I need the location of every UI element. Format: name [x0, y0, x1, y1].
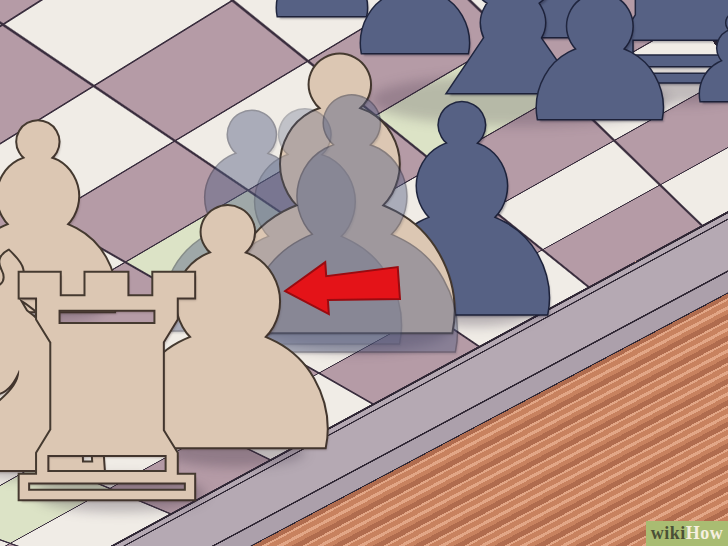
en-passant-arrow [281, 254, 405, 320]
watermark-how-text: How [686, 523, 724, 544]
watermark-wiki-text: wiki [651, 523, 686, 544]
wikihow-watermark: wikiHow [646, 521, 728, 546]
arrow-shape [283, 257, 400, 317]
en-passant-illustration: ♟♟♟♜♝♟♟♟♟♟♟♟♟♟♞♜ wikiHow [0, 0, 728, 546]
